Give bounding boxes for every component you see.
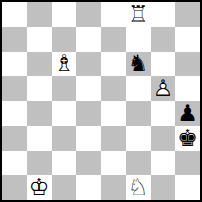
black-king-icon: ♚ bbox=[175, 126, 200, 151]
white-rook-icon: ♖ bbox=[126, 2, 151, 27]
square-h2[interactable] bbox=[175, 151, 200, 176]
black-knight-f6: ♞ bbox=[126, 52, 151, 77]
square-d1[interactable] bbox=[76, 175, 101, 200]
chess-board-diagram: ♜♖♝♗♞♟♙♟♚♚♔♞♘ bbox=[0, 0, 202, 202]
square-b3[interactable] bbox=[27, 126, 52, 151]
square-h5[interactable] bbox=[175, 76, 200, 101]
square-c6[interactable]: ♝♗ bbox=[52, 52, 77, 77]
square-g1[interactable] bbox=[151, 175, 176, 200]
square-a1[interactable] bbox=[2, 175, 27, 200]
black-king-h3: ♚ bbox=[175, 126, 200, 151]
white-king-icon: ♔ bbox=[27, 175, 52, 200]
square-a3[interactable] bbox=[2, 126, 27, 151]
square-h1[interactable] bbox=[175, 175, 200, 200]
square-c7[interactable] bbox=[52, 27, 77, 52]
square-d4[interactable] bbox=[76, 101, 101, 126]
square-f1[interactable]: ♞♘ bbox=[126, 175, 151, 200]
square-d2[interactable] bbox=[76, 151, 101, 176]
square-b1[interactable]: ♚♔ bbox=[27, 175, 52, 200]
square-g8[interactable] bbox=[151, 2, 176, 27]
square-h7[interactable] bbox=[175, 27, 200, 52]
square-a5[interactable] bbox=[2, 76, 27, 101]
square-e6[interactable] bbox=[101, 52, 126, 77]
white-bishop-icon: ♗ bbox=[52, 52, 77, 77]
square-f5[interactable] bbox=[126, 76, 151, 101]
white-knight-f1: ♞♘ bbox=[126, 175, 151, 200]
square-e4[interactable] bbox=[101, 101, 126, 126]
square-c2[interactable] bbox=[52, 151, 77, 176]
square-c1[interactable] bbox=[52, 175, 77, 200]
square-g5[interactable]: ♟♙ bbox=[151, 76, 176, 101]
square-h8[interactable] bbox=[175, 2, 200, 27]
square-d3[interactable] bbox=[76, 126, 101, 151]
square-f7[interactable] bbox=[126, 27, 151, 52]
square-b8[interactable] bbox=[27, 2, 52, 27]
square-a6[interactable] bbox=[2, 52, 27, 77]
square-e8[interactable] bbox=[101, 2, 126, 27]
square-g6[interactable] bbox=[151, 52, 176, 77]
square-d6[interactable] bbox=[76, 52, 101, 77]
square-c8[interactable] bbox=[52, 2, 77, 27]
square-g2[interactable] bbox=[151, 151, 176, 176]
square-c4[interactable] bbox=[52, 101, 77, 126]
square-e3[interactable] bbox=[101, 126, 126, 151]
square-f2[interactable] bbox=[126, 151, 151, 176]
square-a4[interactable] bbox=[2, 101, 27, 126]
black-pawn-h4: ♟ bbox=[175, 101, 200, 126]
white-pawn-g5: ♟♙ bbox=[151, 76, 176, 101]
white-rook-f8: ♜♖ bbox=[126, 2, 151, 27]
square-g3[interactable] bbox=[151, 126, 176, 151]
square-e5[interactable] bbox=[101, 76, 126, 101]
square-f8[interactable]: ♜♖ bbox=[126, 2, 151, 27]
square-d8[interactable] bbox=[76, 2, 101, 27]
square-g7[interactable] bbox=[151, 27, 176, 52]
square-f3[interactable] bbox=[126, 126, 151, 151]
square-f6[interactable]: ♞ bbox=[126, 52, 151, 77]
square-e7[interactable] bbox=[101, 27, 126, 52]
square-b2[interactable] bbox=[27, 151, 52, 176]
square-d7[interactable] bbox=[76, 27, 101, 52]
chess-board: ♜♖♝♗♞♟♙♟♚♚♔♞♘ bbox=[0, 0, 202, 202]
white-bishop-c6: ♝♗ bbox=[52, 52, 77, 77]
square-a2[interactable] bbox=[2, 151, 27, 176]
square-c3[interactable] bbox=[52, 126, 77, 151]
square-e1[interactable] bbox=[101, 175, 126, 200]
square-f4[interactable] bbox=[126, 101, 151, 126]
square-g4[interactable] bbox=[151, 101, 176, 126]
square-a7[interactable] bbox=[2, 27, 27, 52]
black-pawn-icon: ♟ bbox=[175, 101, 200, 126]
square-b5[interactable] bbox=[27, 76, 52, 101]
square-b7[interactable] bbox=[27, 27, 52, 52]
black-knight-icon: ♞ bbox=[126, 52, 151, 77]
white-king-b1: ♚♔ bbox=[27, 175, 52, 200]
square-h3[interactable]: ♚ bbox=[175, 126, 200, 151]
square-d5[interactable] bbox=[76, 76, 101, 101]
white-pawn-icon: ♙ bbox=[151, 76, 176, 101]
square-b6[interactable] bbox=[27, 52, 52, 77]
white-knight-icon: ♘ bbox=[126, 175, 151, 200]
square-c5[interactable] bbox=[52, 76, 77, 101]
square-h4[interactable]: ♟ bbox=[175, 101, 200, 126]
square-e2[interactable] bbox=[101, 151, 126, 176]
square-h6[interactable] bbox=[175, 52, 200, 77]
square-a8[interactable] bbox=[2, 2, 27, 27]
square-b4[interactable] bbox=[27, 101, 52, 126]
